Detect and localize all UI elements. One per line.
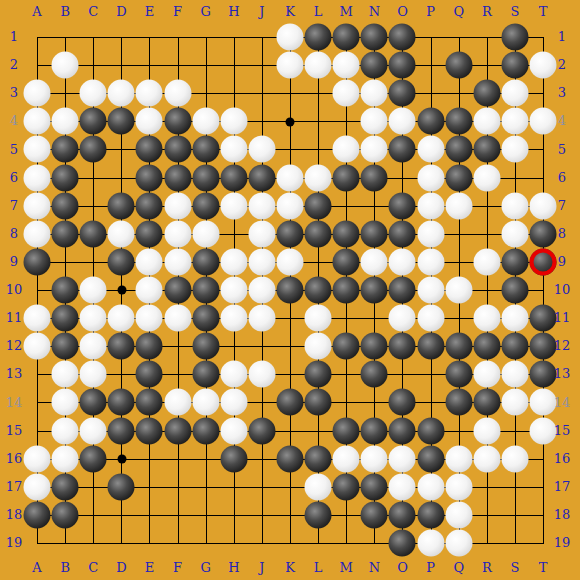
intersection-J14[interactable]: [248, 388, 276, 416]
intersection-C14[interactable]: [79, 388, 107, 416]
intersection-P1[interactable]: [417, 23, 445, 51]
intersection-J10[interactable]: [248, 276, 276, 304]
intersection-D12[interactable]: [107, 332, 135, 360]
intersection-D10[interactable]: [107, 276, 135, 304]
intersection-D17[interactable]: [107, 473, 135, 501]
intersection-L16[interactable]: [304, 445, 332, 473]
intersection-Q6[interactable]: [445, 164, 473, 192]
intersection-G17[interactable]: [192, 473, 220, 501]
intersection-E4[interactable]: [135, 107, 163, 135]
intersection-J4[interactable]: [248, 107, 276, 135]
intersection-S6[interactable]: [501, 164, 529, 192]
intersection-K1[interactable]: [276, 23, 304, 51]
intersection-F1[interactable]: [164, 23, 192, 51]
intersection-R17[interactable]: [473, 473, 501, 501]
intersection-E19[interactable]: [135, 529, 163, 557]
intersection-D5[interactable]: [107, 135, 135, 163]
intersection-K8[interactable]: [276, 220, 304, 248]
intersection-O3[interactable]: [388, 79, 416, 107]
intersection-C19[interactable]: [79, 529, 107, 557]
intersection-Q7[interactable]: [445, 192, 473, 220]
intersection-D3[interactable]: [107, 79, 135, 107]
intersection-E17[interactable]: [135, 473, 163, 501]
intersection-N6[interactable]: [360, 164, 388, 192]
intersection-J11[interactable]: [248, 304, 276, 332]
intersection-L18[interactable]: [304, 501, 332, 529]
intersection-E16[interactable]: [135, 445, 163, 473]
intersection-G12[interactable]: [192, 332, 220, 360]
intersection-C8[interactable]: [79, 220, 107, 248]
intersection-H7[interactable]: [220, 192, 248, 220]
intersection-J15[interactable]: [248, 417, 276, 445]
intersection-H1[interactable]: [220, 23, 248, 51]
intersection-H19[interactable]: [220, 529, 248, 557]
intersection-S4[interactable]: [501, 107, 529, 135]
intersection-M8[interactable]: [332, 220, 360, 248]
intersection-B10[interactable]: [51, 276, 79, 304]
intersection-R9[interactable]: [473, 248, 501, 276]
intersection-Q11[interactable]: [445, 304, 473, 332]
intersection-D11[interactable]: [107, 304, 135, 332]
intersection-J1[interactable]: [248, 23, 276, 51]
intersection-G9[interactable]: [192, 248, 220, 276]
intersection-E10[interactable]: [135, 276, 163, 304]
intersection-J3[interactable]: [248, 79, 276, 107]
intersection-E12[interactable]: [135, 332, 163, 360]
intersection-J6[interactable]: [248, 164, 276, 192]
intersection-R3[interactable]: [473, 79, 501, 107]
intersection-S17[interactable]: [501, 473, 529, 501]
intersection-R13[interactable]: [473, 360, 501, 388]
intersection-N8[interactable]: [360, 220, 388, 248]
intersection-G7[interactable]: [192, 192, 220, 220]
intersection-P8[interactable]: [417, 220, 445, 248]
intersection-R7[interactable]: [473, 192, 501, 220]
intersection-C16[interactable]: [79, 445, 107, 473]
intersection-A9[interactable]: [23, 248, 51, 276]
intersection-H13[interactable]: [220, 360, 248, 388]
intersection-P10[interactable]: [417, 276, 445, 304]
intersection-D2[interactable]: [107, 51, 135, 79]
intersection-P18[interactable]: [417, 501, 445, 529]
intersection-M11[interactable]: [332, 304, 360, 332]
intersection-F13[interactable]: [164, 360, 192, 388]
intersection-M19[interactable]: [332, 529, 360, 557]
intersection-C6[interactable]: [79, 164, 107, 192]
intersection-C13[interactable]: [79, 360, 107, 388]
intersection-Q17[interactable]: [445, 473, 473, 501]
intersection-B1[interactable]: [51, 23, 79, 51]
intersection-C11[interactable]: [79, 304, 107, 332]
intersection-N12[interactable]: [360, 332, 388, 360]
intersection-G19[interactable]: [192, 529, 220, 557]
intersection-P19[interactable]: [417, 529, 445, 557]
intersection-N7[interactable]: [360, 192, 388, 220]
intersection-O5[interactable]: [388, 135, 416, 163]
intersection-P5[interactable]: [417, 135, 445, 163]
intersection-G6[interactable]: [192, 164, 220, 192]
intersection-N18[interactable]: [360, 501, 388, 529]
intersection-N13[interactable]: [360, 360, 388, 388]
intersection-A12[interactable]: [23, 332, 51, 360]
intersection-L9[interactable]: [304, 248, 332, 276]
intersection-M3[interactable]: [332, 79, 360, 107]
intersection-O4[interactable]: [388, 107, 416, 135]
intersection-C3[interactable]: [79, 79, 107, 107]
intersection-Q9[interactable]: [445, 248, 473, 276]
intersection-J13[interactable]: [248, 360, 276, 388]
intersection-P11[interactable]: [417, 304, 445, 332]
intersection-B19[interactable]: [51, 529, 79, 557]
intersection-O18[interactable]: [388, 501, 416, 529]
intersection-H6[interactable]: [220, 164, 248, 192]
intersection-F10[interactable]: [164, 276, 192, 304]
intersection-D16[interactable]: [107, 445, 135, 473]
intersection-N2[interactable]: [360, 51, 388, 79]
intersection-E5[interactable]: [135, 135, 163, 163]
intersection-F3[interactable]: [164, 79, 192, 107]
intersection-L12[interactable]: [304, 332, 332, 360]
intersection-J9[interactable]: [248, 248, 276, 276]
intersection-E14[interactable]: [135, 388, 163, 416]
intersection-F5[interactable]: [164, 135, 192, 163]
intersection-A10[interactable]: [23, 276, 51, 304]
intersection-P3[interactable]: [417, 79, 445, 107]
intersection-P7[interactable]: [417, 192, 445, 220]
intersection-K11[interactable]: [276, 304, 304, 332]
intersection-L10[interactable]: [304, 276, 332, 304]
intersection-Q8[interactable]: [445, 220, 473, 248]
intersection-R4[interactable]: [473, 107, 501, 135]
intersection-F12[interactable]: [164, 332, 192, 360]
intersection-C5[interactable]: [79, 135, 107, 163]
intersection-D6[interactable]: [107, 164, 135, 192]
intersection-J19[interactable]: [248, 529, 276, 557]
intersection-G18[interactable]: [192, 501, 220, 529]
intersection-B3[interactable]: [51, 79, 79, 107]
intersection-N19[interactable]: [360, 529, 388, 557]
intersection-B14[interactable]: [51, 388, 79, 416]
intersection-M2[interactable]: [332, 51, 360, 79]
intersection-A4[interactable]: [23, 107, 51, 135]
intersection-S15[interactable]: [501, 417, 529, 445]
intersection-S10[interactable]: [501, 276, 529, 304]
intersection-A11[interactable]: [23, 304, 51, 332]
intersection-D1[interactable]: [107, 23, 135, 51]
intersection-A6[interactable]: [23, 164, 51, 192]
intersection-N15[interactable]: [360, 417, 388, 445]
intersection-R1[interactable]: [473, 23, 501, 51]
intersection-C4[interactable]: [79, 107, 107, 135]
intersection-F15[interactable]: [164, 417, 192, 445]
intersection-C1[interactable]: [79, 23, 107, 51]
intersection-G14[interactable]: [192, 388, 220, 416]
intersection-O9[interactable]: [388, 248, 416, 276]
intersection-L13[interactable]: [304, 360, 332, 388]
intersection-K14[interactable]: [276, 388, 304, 416]
intersection-H8[interactable]: [220, 220, 248, 248]
intersection-G3[interactable]: [192, 79, 220, 107]
intersection-B5[interactable]: [51, 135, 79, 163]
intersection-M1[interactable]: [332, 23, 360, 51]
intersection-A17[interactable]: [23, 473, 51, 501]
intersection-S11[interactable]: [501, 304, 529, 332]
intersection-E7[interactable]: [135, 192, 163, 220]
intersection-L5[interactable]: [304, 135, 332, 163]
intersection-R8[interactable]: [473, 220, 501, 248]
intersection-R19[interactable]: [473, 529, 501, 557]
intersection-O1[interactable]: [388, 23, 416, 51]
intersection-O12[interactable]: [388, 332, 416, 360]
intersection-F7[interactable]: [164, 192, 192, 220]
intersection-O2[interactable]: [388, 51, 416, 79]
intersection-O16[interactable]: [388, 445, 416, 473]
intersection-M15[interactable]: [332, 417, 360, 445]
intersection-J17[interactable]: [248, 473, 276, 501]
intersection-M12[interactable]: [332, 332, 360, 360]
intersection-S2[interactable]: [501, 51, 529, 79]
intersection-D7[interactable]: [107, 192, 135, 220]
intersection-L4[interactable]: [304, 107, 332, 135]
intersection-M18[interactable]: [332, 501, 360, 529]
intersection-E11[interactable]: [135, 304, 163, 332]
intersection-Q5[interactable]: [445, 135, 473, 163]
intersection-R11[interactable]: [473, 304, 501, 332]
intersection-G13[interactable]: [192, 360, 220, 388]
intersection-K5[interactable]: [276, 135, 304, 163]
intersection-D15[interactable]: [107, 417, 135, 445]
intersection-K12[interactable]: [276, 332, 304, 360]
intersection-S12[interactable]: [501, 332, 529, 360]
intersection-K18[interactable]: [276, 501, 304, 529]
intersection-S14[interactable]: [501, 388, 529, 416]
intersection-K6[interactable]: [276, 164, 304, 192]
intersection-M6[interactable]: [332, 164, 360, 192]
intersection-Q19[interactable]: [445, 529, 473, 557]
intersection-H11[interactable]: [220, 304, 248, 332]
intersection-A8[interactable]: [23, 220, 51, 248]
intersection-Q10[interactable]: [445, 276, 473, 304]
intersection-S13[interactable]: [501, 360, 529, 388]
intersection-G8[interactable]: [192, 220, 220, 248]
intersection-O7[interactable]: [388, 192, 416, 220]
intersection-H16[interactable]: [220, 445, 248, 473]
intersection-O15[interactable]: [388, 417, 416, 445]
intersection-K16[interactable]: [276, 445, 304, 473]
intersection-Q12[interactable]: [445, 332, 473, 360]
intersection-M16[interactable]: [332, 445, 360, 473]
intersection-C2[interactable]: [79, 51, 107, 79]
intersection-N3[interactable]: [360, 79, 388, 107]
intersection-H12[interactable]: [220, 332, 248, 360]
intersection-Q1[interactable]: [445, 23, 473, 51]
intersection-O17[interactable]: [388, 473, 416, 501]
intersection-H5[interactable]: [220, 135, 248, 163]
intersection-P12[interactable]: [417, 332, 445, 360]
intersection-L17[interactable]: [304, 473, 332, 501]
intersection-K15[interactable]: [276, 417, 304, 445]
intersection-G1[interactable]: [192, 23, 220, 51]
intersection-C7[interactable]: [79, 192, 107, 220]
intersection-Q15[interactable]: [445, 417, 473, 445]
intersection-G10[interactable]: [192, 276, 220, 304]
intersection-K13[interactable]: [276, 360, 304, 388]
intersection-F18[interactable]: [164, 501, 192, 529]
intersection-G16[interactable]: [192, 445, 220, 473]
intersection-P15[interactable]: [417, 417, 445, 445]
intersection-F14[interactable]: [164, 388, 192, 416]
intersection-E3[interactable]: [135, 79, 163, 107]
intersection-A16[interactable]: [23, 445, 51, 473]
intersection-D4[interactable]: [107, 107, 135, 135]
intersection-H15[interactable]: [220, 417, 248, 445]
intersection-N11[interactable]: [360, 304, 388, 332]
intersection-A19[interactable]: [23, 529, 51, 557]
intersection-L8[interactable]: [304, 220, 332, 248]
intersection-H3[interactable]: [220, 79, 248, 107]
intersection-F9[interactable]: [164, 248, 192, 276]
intersection-E6[interactable]: [135, 164, 163, 192]
intersection-O6[interactable]: [388, 164, 416, 192]
intersection-J2[interactable]: [248, 51, 276, 79]
intersection-L15[interactable]: [304, 417, 332, 445]
intersection-D14[interactable]: [107, 388, 135, 416]
intersection-G4[interactable]: [192, 107, 220, 135]
intersection-J8[interactable]: [248, 220, 276, 248]
intersection-J5[interactable]: [248, 135, 276, 163]
intersection-S9[interactable]: [501, 248, 529, 276]
intersection-F8[interactable]: [164, 220, 192, 248]
intersection-D13[interactable]: [107, 360, 135, 388]
intersection-P6[interactable]: [417, 164, 445, 192]
intersection-C18[interactable]: [79, 501, 107, 529]
intersection-N14[interactable]: [360, 388, 388, 416]
intersection-H18[interactable]: [220, 501, 248, 529]
intersection-O14[interactable]: [388, 388, 416, 416]
intersection-S5[interactable]: [501, 135, 529, 163]
intersection-A14[interactable]: [23, 388, 51, 416]
intersection-L7[interactable]: [304, 192, 332, 220]
intersection-L2[interactable]: [304, 51, 332, 79]
intersection-O11[interactable]: [388, 304, 416, 332]
intersection-M9[interactable]: [332, 248, 360, 276]
intersection-B6[interactable]: [51, 164, 79, 192]
intersection-K7[interactable]: [276, 192, 304, 220]
intersection-B4[interactable]: [51, 107, 79, 135]
intersection-J7[interactable]: [248, 192, 276, 220]
intersection-S7[interactable]: [501, 192, 529, 220]
intersection-N9[interactable]: [360, 248, 388, 276]
intersection-K2[interactable]: [276, 51, 304, 79]
intersection-Q18[interactable]: [445, 501, 473, 529]
intersection-P2[interactable]: [417, 51, 445, 79]
intersection-B11[interactable]: [51, 304, 79, 332]
intersection-S18[interactable]: [501, 501, 529, 529]
intersection-P16[interactable]: [417, 445, 445, 473]
intersection-C9[interactable]: [79, 248, 107, 276]
intersection-L1[interactable]: [304, 23, 332, 51]
intersection-F19[interactable]: [164, 529, 192, 557]
intersection-R16[interactable]: [473, 445, 501, 473]
intersection-K17[interactable]: [276, 473, 304, 501]
intersection-H10[interactable]: [220, 276, 248, 304]
intersection-L14[interactable]: [304, 388, 332, 416]
intersection-D19[interactable]: [107, 529, 135, 557]
intersection-Q13[interactable]: [445, 360, 473, 388]
intersection-N4[interactable]: [360, 107, 388, 135]
intersection-P9[interactable]: [417, 248, 445, 276]
intersection-O13[interactable]: [388, 360, 416, 388]
intersection-D18[interactable]: [107, 501, 135, 529]
intersection-C12[interactable]: [79, 332, 107, 360]
intersection-R14[interactable]: [473, 388, 501, 416]
intersection-A7[interactable]: [23, 192, 51, 220]
intersection-R18[interactable]: [473, 501, 501, 529]
intersection-H9[interactable]: [220, 248, 248, 276]
intersection-E15[interactable]: [135, 417, 163, 445]
intersection-M7[interactable]: [332, 192, 360, 220]
intersection-A15[interactable]: [23, 417, 51, 445]
intersection-M17[interactable]: [332, 473, 360, 501]
intersection-L3[interactable]: [304, 79, 332, 107]
intersection-A2[interactable]: [23, 51, 51, 79]
intersection-M13[interactable]: [332, 360, 360, 388]
intersection-Q3[interactable]: [445, 79, 473, 107]
intersection-L11[interactable]: [304, 304, 332, 332]
intersection-P17[interactable]: [417, 473, 445, 501]
intersection-P4[interactable]: [417, 107, 445, 135]
intersection-Q14[interactable]: [445, 388, 473, 416]
intersection-F6[interactable]: [164, 164, 192, 192]
intersection-A13[interactable]: [23, 360, 51, 388]
intersection-J12[interactable]: [248, 332, 276, 360]
intersection-M5[interactable]: [332, 135, 360, 163]
intersection-S19[interactable]: [501, 529, 529, 557]
intersection-D9[interactable]: [107, 248, 135, 276]
intersection-C15[interactable]: [79, 417, 107, 445]
intersection-N16[interactable]: [360, 445, 388, 473]
intersection-N10[interactable]: [360, 276, 388, 304]
intersection-F17[interactable]: [164, 473, 192, 501]
intersection-R12[interactable]: [473, 332, 501, 360]
intersection-B13[interactable]: [51, 360, 79, 388]
intersection-M4[interactable]: [332, 107, 360, 135]
intersection-G11[interactable]: [192, 304, 220, 332]
intersection-F16[interactable]: [164, 445, 192, 473]
intersection-A1[interactable]: [23, 23, 51, 51]
intersection-B16[interactable]: [51, 445, 79, 473]
intersection-H14[interactable]: [220, 388, 248, 416]
intersection-N1[interactable]: [360, 23, 388, 51]
intersection-R6[interactable]: [473, 164, 501, 192]
intersection-H2[interactable]: [220, 51, 248, 79]
intersection-R15[interactable]: [473, 417, 501, 445]
intersection-B15[interactable]: [51, 417, 79, 445]
intersection-E18[interactable]: [135, 501, 163, 529]
intersection-D8[interactable]: [107, 220, 135, 248]
intersection-K3[interactable]: [276, 79, 304, 107]
intersection-O8[interactable]: [388, 220, 416, 248]
intersection-C10[interactable]: [79, 276, 107, 304]
intersection-F2[interactable]: [164, 51, 192, 79]
intersection-A5[interactable]: [23, 135, 51, 163]
intersection-R5[interactable]: [473, 135, 501, 163]
intersection-S1[interactable]: [501, 23, 529, 51]
intersection-A18[interactable]: [23, 501, 51, 529]
intersection-J18[interactable]: [248, 501, 276, 529]
intersection-J16[interactable]: [248, 445, 276, 473]
intersection-G2[interactable]: [192, 51, 220, 79]
